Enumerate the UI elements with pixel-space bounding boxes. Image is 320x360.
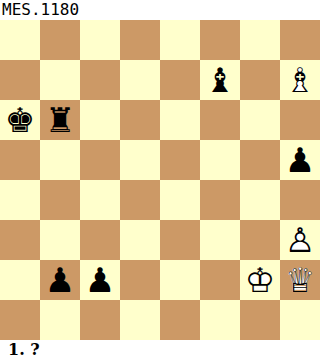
title-bar: MES.1180 (0, 0, 320, 20)
square-b7[interactable] (40, 60, 80, 100)
square-f2[interactable] (200, 260, 240, 300)
square-e5[interactable] (160, 140, 200, 180)
square-b6[interactable]: ♜ (40, 100, 80, 140)
white-king-outline: ♔ (240, 260, 280, 300)
square-e6[interactable] (160, 100, 200, 140)
square-d4[interactable] (120, 180, 160, 220)
square-d8[interactable] (120, 20, 160, 60)
square-e8[interactable] (160, 20, 200, 60)
square-d2[interactable] (120, 260, 160, 300)
chess-puzzle-window: MES.1180 ♝♝♗♚♜♟♟♙♟♟♚♔♛♕ 1. ? (0, 0, 320, 360)
square-d5[interactable] (120, 140, 160, 180)
square-h1[interactable] (280, 300, 320, 340)
white-bishop-outline: ♗ (280, 60, 320, 100)
black-pawn-piece[interactable]: ♟ (80, 260, 120, 300)
square-c1[interactable] (80, 300, 120, 340)
square-c3[interactable] (80, 220, 120, 260)
square-g3[interactable] (240, 220, 280, 260)
square-h7[interactable]: ♝♗ (280, 60, 320, 100)
square-d1[interactable] (120, 300, 160, 340)
move-prompt: 1. ? (0, 340, 40, 360)
square-c5[interactable] (80, 140, 120, 180)
square-a1[interactable] (0, 300, 40, 340)
square-f3[interactable] (200, 220, 240, 260)
square-d6[interactable] (120, 100, 160, 140)
square-g8[interactable] (240, 20, 280, 60)
square-h5[interactable]: ♟ (280, 140, 320, 180)
square-e4[interactable] (160, 180, 200, 220)
black-pawn-piece[interactable]: ♟ (40, 260, 80, 300)
square-b4[interactable] (40, 180, 80, 220)
square-h6[interactable] (280, 100, 320, 140)
black-rook-piece[interactable]: ♜ (40, 100, 80, 140)
square-a3[interactable] (0, 220, 40, 260)
black-bishop-piece[interactable]: ♝ (200, 60, 240, 100)
square-f4[interactable] (200, 180, 240, 220)
square-g5[interactable] (240, 140, 280, 180)
square-b3[interactable] (40, 220, 80, 260)
square-f8[interactable] (200, 20, 240, 60)
black-pawn-piece[interactable]: ♟ (280, 140, 320, 180)
square-f7[interactable]: ♝ (200, 60, 240, 100)
square-a6[interactable]: ♚ (0, 100, 40, 140)
square-b5[interactable] (40, 140, 80, 180)
square-a2[interactable] (0, 260, 40, 300)
white-pawn-outline: ♙ (280, 220, 320, 260)
square-f1[interactable] (200, 300, 240, 340)
square-c8[interactable] (80, 20, 120, 60)
square-e2[interactable] (160, 260, 200, 300)
square-h8[interactable] (280, 20, 320, 60)
square-c6[interactable] (80, 100, 120, 140)
square-b8[interactable] (40, 20, 80, 60)
square-a7[interactable] (0, 60, 40, 100)
square-e3[interactable] (160, 220, 200, 260)
square-c7[interactable] (80, 60, 120, 100)
square-g1[interactable] (240, 300, 280, 340)
white-pawn-piece[interactable]: ♟♙ (280, 220, 320, 260)
square-e1[interactable] (160, 300, 200, 340)
square-f5[interactable] (200, 140, 240, 180)
square-a4[interactable] (0, 180, 40, 220)
square-a8[interactable] (0, 20, 40, 60)
square-d7[interactable] (120, 60, 160, 100)
prompt-bar: 1. ? (0, 340, 320, 360)
square-a5[interactable] (0, 140, 40, 180)
square-c2[interactable]: ♟ (80, 260, 120, 300)
square-f6[interactable] (200, 100, 240, 140)
square-h3[interactable]: ♟♙ (280, 220, 320, 260)
square-g6[interactable] (240, 100, 280, 140)
puzzle-title: MES.1180 (0, 0, 79, 20)
square-b1[interactable] (40, 300, 80, 340)
square-g2[interactable]: ♚♔ (240, 260, 280, 300)
square-h2[interactable]: ♛♕ (280, 260, 320, 300)
white-bishop-piece[interactable]: ♝♗ (280, 60, 320, 100)
white-king-piece[interactable]: ♚♔ (240, 260, 280, 300)
square-g7[interactable] (240, 60, 280, 100)
square-b2[interactable]: ♟ (40, 260, 80, 300)
square-h4[interactable] (280, 180, 320, 220)
black-king-piece[interactable]: ♚ (0, 100, 40, 140)
white-queen-piece[interactable]: ♛♕ (280, 260, 320, 300)
square-c4[interactable] (80, 180, 120, 220)
white-queen-outline: ♕ (280, 260, 320, 300)
square-g4[interactable] (240, 180, 280, 220)
square-e7[interactable] (160, 60, 200, 100)
square-d3[interactable] (120, 220, 160, 260)
chess-board: ♝♝♗♚♜♟♟♙♟♟♚♔♛♕ (0, 20, 320, 340)
